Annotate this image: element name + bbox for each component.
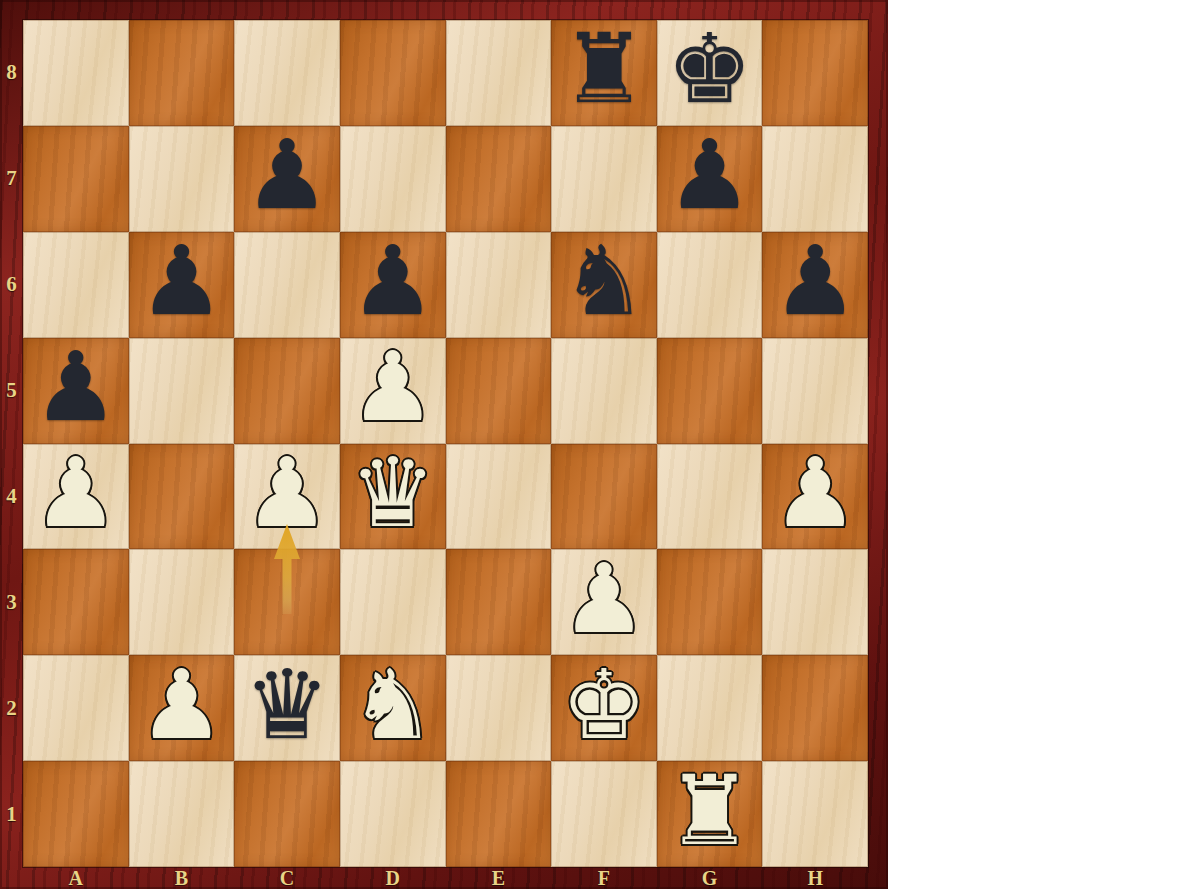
piece-black-pawn[interactable]: ♟ <box>33 335 119 440</box>
rank-label-7: 7 <box>0 126 23 232</box>
square-e6[interactable] <box>446 232 552 338</box>
square-a6[interactable] <box>23 232 129 338</box>
square-d5[interactable]: ♟ <box>340 338 446 444</box>
square-f2[interactable]: ♚ <box>551 655 657 761</box>
square-a8[interactable] <box>23 20 129 126</box>
square-d7[interactable] <box>340 126 446 232</box>
square-f3[interactable]: ♟ <box>551 549 657 655</box>
square-g4[interactable] <box>657 444 763 550</box>
square-e7[interactable] <box>446 126 552 232</box>
piece-white-pawn[interactable]: ♟ <box>138 653 224 758</box>
square-g7[interactable]: ♟ <box>657 126 763 232</box>
square-d1[interactable] <box>340 761 446 867</box>
square-c5[interactable] <box>234 338 340 444</box>
square-b4[interactable] <box>129 444 235 550</box>
file-label-h: H <box>762 867 868 889</box>
square-e1[interactable] <box>446 761 552 867</box>
piece-white-king[interactable]: ♚ <box>561 653 647 758</box>
piece-white-queen[interactable]: ♛ <box>350 441 436 546</box>
rank-label-8: 8 <box>0 20 23 126</box>
square-d6[interactable]: ♟ <box>340 232 446 338</box>
square-h4[interactable]: ♟ <box>762 444 868 550</box>
square-b3[interactable] <box>129 549 235 655</box>
square-h5[interactable] <box>762 338 868 444</box>
square-c4[interactable]: ♟ <box>234 444 340 550</box>
square-c8[interactable] <box>234 20 340 126</box>
rank-labels: 87654321 <box>0 20 23 867</box>
square-h6[interactable]: ♟ <box>762 232 868 338</box>
page-whitespace <box>888 0 1200 889</box>
square-a5[interactable]: ♟ <box>23 338 129 444</box>
square-b6[interactable]: ♟ <box>129 232 235 338</box>
square-d8[interactable] <box>340 20 446 126</box>
square-b7[interactable] <box>129 126 235 232</box>
square-h2[interactable] <box>762 655 868 761</box>
square-d3[interactable] <box>340 549 446 655</box>
file-label-g: G <box>657 867 763 889</box>
piece-white-pawn[interactable]: ♟ <box>244 441 330 546</box>
square-b5[interactable] <box>129 338 235 444</box>
square-g1[interactable]: ♜ <box>657 761 763 867</box>
rank-label-4: 4 <box>0 444 23 550</box>
file-labels: ABCDEFGH <box>23 867 868 889</box>
square-a3[interactable] <box>23 549 129 655</box>
piece-white-pawn[interactable]: ♟ <box>772 441 858 546</box>
file-label-f: F <box>551 867 657 889</box>
square-g6[interactable] <box>657 232 763 338</box>
square-g2[interactable] <box>657 655 763 761</box>
square-b1[interactable] <box>129 761 235 867</box>
square-c7[interactable]: ♟ <box>234 126 340 232</box>
square-b2[interactable]: ♟ <box>129 655 235 761</box>
rank-label-2: 2 <box>0 655 23 761</box>
square-a2[interactable] <box>23 655 129 761</box>
square-g3[interactable] <box>657 549 763 655</box>
square-e3[interactable] <box>446 549 552 655</box>
piece-black-queen[interactable]: ♛ <box>244 653 330 758</box>
rank-label-6: 6 <box>0 232 23 338</box>
square-g5[interactable] <box>657 338 763 444</box>
piece-black-pawn[interactable]: ♟ <box>244 123 330 228</box>
piece-black-pawn[interactable]: ♟ <box>772 229 858 334</box>
piece-white-rook[interactable]: ♜ <box>667 759 753 864</box>
piece-black-rook[interactable]: ♜ <box>561 17 647 122</box>
square-f5[interactable] <box>551 338 657 444</box>
rank-label-5: 5 <box>0 338 23 444</box>
square-e4[interactable] <box>446 444 552 550</box>
square-a4[interactable]: ♟ <box>23 444 129 550</box>
square-e5[interactable] <box>446 338 552 444</box>
square-c6[interactable] <box>234 232 340 338</box>
square-f8[interactable]: ♜ <box>551 20 657 126</box>
board-grid: ♜♚♟♟♟♟♞♟♟♟♟♟♛♟♟♟♛♞♚♜ <box>23 20 868 867</box>
square-f7[interactable] <box>551 126 657 232</box>
piece-white-pawn[interactable]: ♟ <box>350 335 436 440</box>
square-e8[interactable] <box>446 20 552 126</box>
rank-label-1: 1 <box>0 761 23 867</box>
square-a7[interactable] <box>23 126 129 232</box>
piece-black-knight[interactable]: ♞ <box>561 229 647 334</box>
piece-black-pawn[interactable]: ♟ <box>138 229 224 334</box>
square-h7[interactable] <box>762 126 868 232</box>
piece-black-pawn[interactable]: ♟ <box>667 123 753 228</box>
square-c3[interactable] <box>234 549 340 655</box>
rank-label-3: 3 <box>0 549 23 655</box>
square-f1[interactable] <box>551 761 657 867</box>
square-f6[interactable]: ♞ <box>551 232 657 338</box>
square-h8[interactable] <box>762 20 868 126</box>
square-d4[interactable]: ♛ <box>340 444 446 550</box>
file-label-b: B <box>129 867 235 889</box>
file-label-a: A <box>23 867 129 889</box>
square-f4[interactable] <box>551 444 657 550</box>
piece-white-pawn[interactable]: ♟ <box>561 547 647 652</box>
square-d2[interactable]: ♞ <box>340 655 446 761</box>
piece-black-king[interactable]: ♚ <box>667 17 753 122</box>
square-c1[interactable] <box>234 761 340 867</box>
file-label-e: E <box>446 867 552 889</box>
square-e2[interactable] <box>446 655 552 761</box>
square-h1[interactable] <box>762 761 868 867</box>
square-c2[interactable]: ♛ <box>234 655 340 761</box>
file-label-c: C <box>234 867 340 889</box>
piece-white-pawn[interactable]: ♟ <box>33 441 119 546</box>
square-a1[interactable] <box>23 761 129 867</box>
square-b8[interactable] <box>129 20 235 126</box>
chessboard-frame: 87654321 ♜♚♟♟♟♟♞♟♟♟♟♟♛♟♟♟♛♞♚♜ ABCDEFGH <box>0 0 888 889</box>
file-label-d: D <box>340 867 446 889</box>
piece-white-knight[interactable]: ♞ <box>350 653 436 758</box>
piece-black-pawn[interactable]: ♟ <box>350 229 436 334</box>
square-h3[interactable] <box>762 549 868 655</box>
square-g8[interactable]: ♚ <box>657 20 763 126</box>
